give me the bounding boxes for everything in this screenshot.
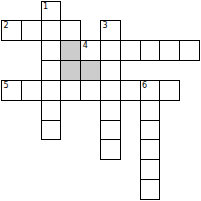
cell-r6c5[interactable]	[100, 120, 121, 141]
cell-r4c1[interactable]	[21, 80, 42, 101]
cell-r6c7[interactable]	[140, 120, 161, 141]
blocked-cell-r3c4	[80, 60, 101, 81]
cell-r4c0[interactable]: 5	[1, 80, 22, 101]
cell-r1c5[interactable]: 3	[100, 20, 121, 41]
cell-r2c2[interactable]	[41, 40, 62, 61]
cell-r1c3[interactable]	[60, 20, 81, 41]
cell-r2c8[interactable]	[159, 40, 180, 61]
crossword-page: 123456	[0, 0, 201, 201]
crossword-board: 123456	[0, 0, 201, 201]
cell-r2c4[interactable]: 4	[80, 40, 101, 61]
cell-r4c8[interactable]	[159, 80, 180, 101]
clue-number-4: 4	[83, 41, 88, 50]
clue-number-1: 1	[43, 2, 48, 11]
blocked-cell-r2c3	[60, 40, 81, 61]
cell-r7c5[interactable]	[100, 139, 121, 160]
clue-number-2: 2	[4, 21, 9, 30]
blocked-cell-r3c3	[60, 60, 81, 81]
cell-r4c3[interactable]	[60, 80, 81, 101]
cell-r1c0[interactable]: 2	[1, 20, 22, 41]
cell-r4c6[interactable]	[120, 80, 141, 101]
cell-r9c7[interactable]	[140, 179, 161, 200]
cell-r4c5[interactable]	[100, 80, 121, 101]
cell-r2c6[interactable]	[120, 40, 141, 61]
cell-r7c7[interactable]	[140, 139, 161, 160]
cell-r1c2[interactable]	[41, 20, 62, 41]
cell-r1c1[interactable]	[21, 20, 42, 41]
cell-r2c5[interactable]	[100, 40, 121, 61]
clue-number-5: 5	[4, 81, 9, 90]
cell-r5c7[interactable]	[140, 100, 161, 121]
cell-r2c7[interactable]	[140, 40, 161, 61]
cell-r6c2[interactable]	[41, 120, 62, 141]
clue-number-3: 3	[103, 21, 108, 30]
cell-r8c7[interactable]	[140, 159, 161, 180]
cell-r5c5[interactable]	[100, 100, 121, 121]
cell-r3c5[interactable]	[100, 60, 121, 81]
cell-r3c2[interactable]	[41, 60, 62, 81]
cell-r5c2[interactable]	[41, 100, 62, 121]
cell-r0c2[interactable]: 1	[41, 1, 62, 22]
cell-r2c9[interactable]	[179, 40, 200, 61]
cell-r4c7[interactable]: 6	[140, 80, 161, 101]
cell-r4c4[interactable]	[80, 80, 101, 101]
clue-number-6: 6	[142, 81, 147, 90]
cell-r4c2[interactable]	[41, 80, 62, 101]
